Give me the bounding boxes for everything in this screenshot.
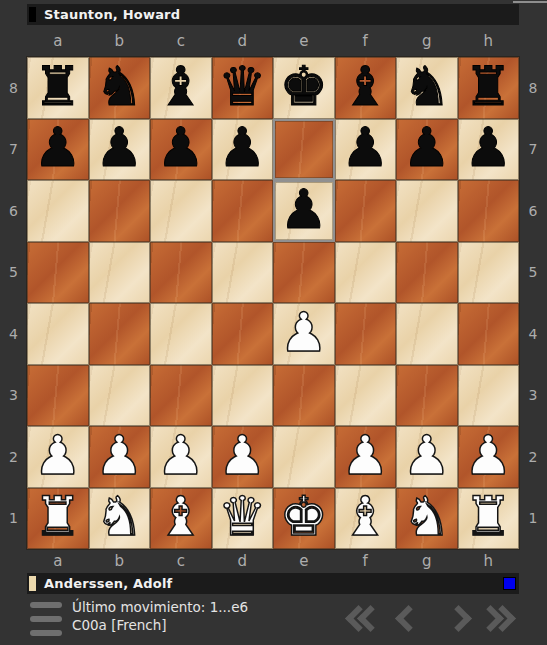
square-h4[interactable] <box>458 303 520 365</box>
white-bishop: ♝ <box>341 490 389 544</box>
go-start-button[interactable] <box>347 600 385 640</box>
square-f3[interactable] <box>335 365 397 427</box>
player-bar-black: Staunton, Howard <box>27 4 519 25</box>
rank-label-1: 1 <box>519 488 547 550</box>
chess-app-window: Staunton, Howard abcdefgh 87654321 ♜♞♝♛♚… <box>0 0 547 645</box>
move-navigation <box>347 600 517 640</box>
rank-label-5: 5 <box>0 242 27 304</box>
square-e2[interactable] <box>273 426 335 488</box>
square-f7[interactable]: ♟ <box>335 119 397 181</box>
white-queen: ♛ <box>218 490 266 544</box>
chevron-left-icon <box>395 605 422 632</box>
go-back-button[interactable] <box>393 600 421 640</box>
go-end-button[interactable] <box>479 600 517 640</box>
black-rook: ♜ <box>464 60 512 114</box>
go-forward-button[interactable] <box>443 600 471 640</box>
file-label-g: g <box>396 549 458 573</box>
square-a5[interactable] <box>27 242 89 304</box>
square-c2[interactable]: ♟ <box>150 426 212 488</box>
black-pawn: ♟ <box>280 183 328 237</box>
rank-label-2: 2 <box>0 426 27 488</box>
square-a2[interactable]: ♟ <box>27 426 89 488</box>
opening-label: C00a [French] <box>72 616 248 634</box>
square-e8[interactable]: ♚ <box>273 57 335 119</box>
square-c3[interactable] <box>150 365 212 427</box>
rank-label-6: 6 <box>0 180 27 242</box>
rank-label-7: 7 <box>519 119 547 181</box>
square-g8[interactable]: ♞ <box>396 57 458 119</box>
square-b8[interactable]: ♞ <box>89 57 151 119</box>
white-king: ♚ <box>280 490 328 544</box>
rank-labels-left: 87654321 <box>0 57 27 549</box>
rank-label-6: 6 <box>519 180 547 242</box>
square-c4[interactable] <box>150 303 212 365</box>
square-a1[interactable]: ♜ <box>27 488 89 550</box>
black-knight: ♞ <box>403 60 451 114</box>
square-a3[interactable] <box>27 365 89 427</box>
white-pawn: ♟ <box>403 429 451 483</box>
rank-label-4: 4 <box>519 303 547 365</box>
square-f5[interactable] <box>335 242 397 304</box>
file-label-h: h <box>458 549 520 573</box>
status-text: Último movimiento: 1...e6 C00a [French] <box>72 598 248 634</box>
square-b7[interactable]: ♟ <box>89 119 151 181</box>
file-label-c: c <box>150 549 212 573</box>
square-f1[interactable]: ♝ <box>335 488 397 550</box>
black-king: ♚ <box>280 60 328 114</box>
white-pawn: ♟ <box>341 429 389 483</box>
file-label-e: e <box>273 549 335 573</box>
square-g3[interactable] <box>396 365 458 427</box>
square-d1[interactable]: ♛ <box>212 488 274 550</box>
square-c8[interactable]: ♝ <box>150 57 212 119</box>
white-color-chip-icon <box>29 576 36 591</box>
last-move-label: Último movimiento: 1...e6 <box>72 598 248 616</box>
square-a8[interactable]: ♜ <box>27 57 89 119</box>
chess-board: ♜♞♝♛♚♝♞♜♟♟♟♟♟♟♟♟♟♟♟♟♟♟♟♟♜♞♝♛♚♝♞♜ <box>27 57 519 549</box>
white-pawn: ♟ <box>34 429 82 483</box>
black-knight: ♞ <box>95 60 143 114</box>
square-d3[interactable] <box>212 365 274 427</box>
white-pawn: ♟ <box>280 306 328 360</box>
window-accent-line <box>513 1 547 3</box>
square-a6[interactable] <box>27 180 89 242</box>
white-pawn: ♟ <box>464 429 512 483</box>
square-f8[interactable]: ♝ <box>335 57 397 119</box>
file-label-h: h <box>458 25 520 57</box>
white-pawn: ♟ <box>218 429 266 483</box>
square-e4[interactable]: ♟ <box>273 303 335 365</box>
square-b6[interactable] <box>89 180 151 242</box>
square-c7[interactable]: ♟ <box>150 119 212 181</box>
black-bishop: ♝ <box>157 60 205 114</box>
square-d5[interactable] <box>212 242 274 304</box>
square-d6[interactable] <box>212 180 274 242</box>
black-bishop: ♝ <box>341 60 389 114</box>
square-c1[interactable]: ♝ <box>150 488 212 550</box>
white-player-name: Anderssen, Adolf <box>44 576 172 591</box>
file-label-f: f <box>335 549 397 573</box>
file-label-g: g <box>396 25 458 57</box>
square-e7[interactable] <box>273 119 335 181</box>
black-pawn: ♟ <box>403 121 451 175</box>
rank-label-5: 5 <box>519 242 547 304</box>
square-c5[interactable] <box>150 242 212 304</box>
black-pawn: ♟ <box>218 121 266 175</box>
square-h7[interactable]: ♟ <box>458 119 520 181</box>
rank-label-3: 3 <box>519 365 547 427</box>
file-label-d: d <box>212 549 274 573</box>
file-label-f: f <box>335 25 397 57</box>
square-g4[interactable] <box>396 303 458 365</box>
square-h6[interactable] <box>458 180 520 242</box>
square-f2[interactable]: ♟ <box>335 426 397 488</box>
white-bishop: ♝ <box>157 490 205 544</box>
rank-label-2: 2 <box>519 426 547 488</box>
file-labels-top: abcdefgh <box>27 25 519 57</box>
file-labels-bottom: abcdefgh <box>27 549 519 573</box>
square-b5[interactable] <box>89 242 151 304</box>
file-label-b: b <box>89 25 151 57</box>
square-g2[interactable]: ♟ <box>396 426 458 488</box>
file-label-d: d <box>212 25 274 57</box>
square-e3[interactable] <box>273 365 335 427</box>
square-a4[interactable] <box>27 303 89 365</box>
square-h8[interactable]: ♜ <box>458 57 520 119</box>
file-label-c: c <box>150 25 212 57</box>
white-rook: ♜ <box>464 490 512 544</box>
white-rook: ♜ <box>34 490 82 544</box>
black-pawn: ♟ <box>464 121 512 175</box>
side-to-move-indicator <box>503 577 516 590</box>
black-rook: ♜ <box>34 60 82 114</box>
square-b2[interactable]: ♟ <box>89 426 151 488</box>
square-d2[interactable]: ♟ <box>212 426 274 488</box>
black-color-chip-icon <box>29 7 36 22</box>
square-d4[interactable] <box>212 303 274 365</box>
file-label-e: e <box>273 25 335 57</box>
square-g5[interactable] <box>396 242 458 304</box>
square-b1[interactable]: ♞ <box>89 488 151 550</box>
white-pawn: ♟ <box>95 429 143 483</box>
black-pawn: ♟ <box>95 121 143 175</box>
square-a7[interactable]: ♟ <box>27 119 89 181</box>
status-bar: Último movimiento: 1...e6 C00a [French] <box>0 596 547 645</box>
hamburger-menu-icon[interactable] <box>30 602 62 636</box>
square-b4[interactable] <box>89 303 151 365</box>
white-knight: ♞ <box>403 490 451 544</box>
square-c6[interactable] <box>150 180 212 242</box>
black-pawn: ♟ <box>34 121 82 175</box>
square-b3[interactable] <box>89 365 151 427</box>
square-h5[interactable] <box>458 242 520 304</box>
black-player-name: Staunton, Howard <box>44 7 180 22</box>
square-g7[interactable]: ♟ <box>396 119 458 181</box>
square-d7[interactable]: ♟ <box>212 119 274 181</box>
file-label-a: a <box>27 25 89 57</box>
square-e5[interactable] <box>273 242 335 304</box>
square-g1[interactable]: ♞ <box>396 488 458 550</box>
square-h2[interactable]: ♟ <box>458 426 520 488</box>
square-g6[interactable] <box>396 180 458 242</box>
square-h3[interactable] <box>458 365 520 427</box>
rank-label-8: 8 <box>519 57 547 119</box>
black-queen: ♛ <box>218 60 266 114</box>
square-f6[interactable] <box>335 180 397 242</box>
white-knight: ♞ <box>95 490 143 544</box>
file-label-a: a <box>27 549 89 573</box>
black-pawn: ♟ <box>341 121 389 175</box>
rank-label-3: 3 <box>0 365 27 427</box>
file-label-b: b <box>89 549 151 573</box>
square-e6[interactable]: ♟ <box>273 180 335 242</box>
rank-label-7: 7 <box>0 119 27 181</box>
chevron-right-icon <box>445 605 472 632</box>
rank-labels-right: 87654321 <box>519 57 547 549</box>
square-f4[interactable] <box>335 303 397 365</box>
square-h1[interactable]: ♜ <box>458 488 520 550</box>
white-pawn: ♟ <box>157 429 205 483</box>
rank-label-8: 8 <box>0 57 27 119</box>
square-d8[interactable]: ♛ <box>212 57 274 119</box>
square-e1[interactable]: ♚ <box>273 488 335 550</box>
player-bar-white: Anderssen, Adolf <box>27 573 519 594</box>
rank-label-4: 4 <box>0 303 27 365</box>
rank-label-1: 1 <box>0 488 27 550</box>
black-pawn: ♟ <box>157 121 205 175</box>
